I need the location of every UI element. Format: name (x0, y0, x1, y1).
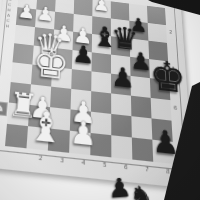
board-square-f5 (111, 55, 131, 76)
board-square-b5 (32, 46, 53, 67)
bottom-edge-label: 7 (145, 165, 149, 172)
board-square-b3 (30, 84, 52, 107)
board-square-e4 (91, 71, 111, 93)
board-square-c6 (53, 29, 73, 50)
board-square-d7 (73, 14, 92, 34)
board-square-f8 (111, 1, 130, 20)
board-square-h2 (151, 118, 172, 142)
board-square-a2 (7, 103, 30, 127)
board-square-d2 (70, 109, 91, 133)
board-square-h6 (148, 41, 168, 62)
board-square-e7 (92, 16, 111, 36)
board-square-c5 (52, 48, 72, 69)
board-square-g3 (131, 96, 152, 119)
right-edge-label: 6 (174, 104, 178, 111)
board-square-c3 (50, 87, 71, 110)
board-square-a4 (11, 62, 33, 84)
board-square-c1 (48, 128, 70, 152)
chess-board: SCHACH ♞ 2345678 246 ♟♟♟♟♟♟♝♛♛♟♟♚♟♚♜♟♟♝♟… (0, 0, 194, 189)
board-square-e6 (92, 34, 111, 55)
board-square-g6 (130, 38, 149, 59)
board-square-a7 (16, 7, 36, 27)
board-square-h4 (150, 78, 170, 100)
bottom-edge-label: 2 (38, 154, 43, 161)
bottom-edge-label: 4 (81, 159, 85, 166)
board-square-f4 (111, 74, 131, 96)
board-square-f1 (111, 135, 132, 159)
board-square-c4 (51, 67, 72, 89)
chess-photo: SCHACH ♞ 2345678 246 ♟♟♟♟♟♟♝♛♛♟♟♚♟♚♜♟♟♝♟… (0, 0, 200, 200)
board-square-b4 (31, 65, 52, 87)
bottom-edge-label: 6 (124, 163, 128, 170)
board-square-g5 (130, 57, 150, 78)
board-square-b7 (35, 9, 55, 29)
board-square-b2 (28, 105, 50, 129)
board-square-e3 (91, 91, 111, 114)
board-square-h3 (151, 98, 172, 121)
board-square-g7 (129, 21, 148, 41)
board-square-c2 (49, 107, 71, 131)
board-square-a3 (9, 82, 31, 105)
board-square-h1 (152, 140, 174, 164)
board-square-a6 (14, 25, 35, 46)
board-square-c7 (54, 12, 74, 32)
board-square-e5 (92, 52, 112, 73)
board-square-g2 (131, 116, 152, 140)
board-square-a1 (5, 124, 28, 148)
captured-black-knight: ♞ (128, 181, 154, 200)
board-square-e2 (91, 112, 112, 136)
knight-emblem-icon: ♞ (0, 101, 8, 116)
bottom-edge-label: 5 (103, 161, 107, 168)
right-edge-label: 2 (169, 29, 173, 35)
bottom-edge-label: 3 (60, 156, 64, 163)
board-square-g4 (131, 76, 151, 98)
right-edge-label: 4 (171, 65, 175, 71)
board-square-f2 (111, 114, 132, 138)
board-square-h7 (148, 23, 167, 43)
board-grid (5, 0, 174, 164)
board-square-d6 (73, 32, 93, 53)
board-square-h5 (149, 59, 169, 80)
board-square-d3 (71, 89, 92, 112)
board-square-d1 (69, 131, 90, 155)
board-square-d4 (71, 69, 91, 91)
board-square-f7 (111, 18, 130, 38)
board-square-b6 (34, 27, 54, 48)
board-square-f3 (111, 93, 131, 116)
board-square-e1 (90, 133, 111, 157)
board-square-b1 (26, 126, 49, 150)
board-square-a5 (13, 43, 34, 64)
board-square-d5 (72, 50, 92, 71)
board-square-f6 (111, 36, 130, 57)
board-square-g1 (132, 137, 153, 161)
knight-glyph: ♞ (0, 104, 4, 113)
bottom-edge-label: 8 (166, 168, 170, 175)
